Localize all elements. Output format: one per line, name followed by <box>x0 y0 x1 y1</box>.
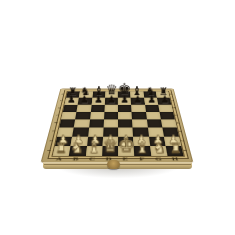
square-f2: ♟ <box>133 136 149 145</box>
file-label-a: A <box>50 156 68 161</box>
square-e5 <box>118 112 132 120</box>
square-a3 <box>57 128 74 137</box>
rank-label-8: 8 <box>165 92 179 96</box>
clasp-latch-icon <box>107 160 120 169</box>
square-d4 <box>103 119 118 127</box>
file-label-c: C <box>84 156 101 161</box>
file-label-b: B <box>67 156 84 161</box>
rank-label-8: 8 <box>56 92 70 96</box>
square-g5 <box>145 112 160 120</box>
square-b4 <box>74 119 90 127</box>
square-c5 <box>90 112 105 120</box>
file-label-f: F <box>133 156 150 161</box>
square-b6 <box>77 105 92 112</box>
square-d7: ♟ <box>105 98 118 105</box>
square-b7: ♟ <box>78 98 92 105</box>
square-f5 <box>132 112 147 120</box>
file-label-g: G <box>150 156 167 161</box>
square-f6 <box>131 105 145 112</box>
square-e7: ♟ <box>118 98 131 105</box>
rank-label-6: 6 <box>52 106 67 110</box>
rank-label-5: 5 <box>169 113 184 117</box>
square-g2: ♟ <box>148 136 165 145</box>
square-b3 <box>72 128 88 137</box>
square-e4 <box>118 119 133 127</box>
chess-board: ♜♞♝♛♚♝♞♜♟♟♟♟♟♟♟♟♟♟♟♟♟♟♟♟♜♞♝♛♚♝♞♜ ABCDEFG… <box>41 88 194 162</box>
square-c7: ♟ <box>91 98 105 105</box>
square-c2: ♟ <box>87 136 103 145</box>
square-e2: ♟ <box>118 136 134 145</box>
board-frame: ♜♞♝♛♚♝♞♜♟♟♟♟♟♟♟♟♟♟♟♟♟♟♟♟♜♞♝♛♚♝♞♜ ABCDEFG… <box>41 88 194 162</box>
product-photo: ♜♞♝♛♚♝♞♜♟♟♟♟♟♟♟♟♟♟♟♟♟♟♟♟♜♞♝♛♚♝♞♜ ABCDEFG… <box>0 0 235 235</box>
rank-label-6: 6 <box>168 106 183 110</box>
square-a2: ♟ <box>55 136 72 145</box>
square-f7: ♟ <box>131 98 145 105</box>
square-d2: ♟ <box>102 136 118 145</box>
square-g4 <box>146 119 162 127</box>
square-b2: ♟ <box>71 136 88 145</box>
file-label-e: E <box>117 156 134 161</box>
square-g3 <box>147 128 163 137</box>
square-b5 <box>75 112 90 120</box>
rank-label-7: 7 <box>166 99 180 103</box>
square-a4 <box>59 119 75 127</box>
file-label-h: H <box>166 156 184 161</box>
square-c3 <box>88 128 104 137</box>
square-c6 <box>90 105 104 112</box>
square-c4 <box>89 119 104 127</box>
square-e3 <box>118 128 133 137</box>
playfield: ♜♞♝♛♚♝♞♜♟♟♟♟♟♟♟♟♟♟♟♟♟♟♟♟♜♞♝♛♚♝♞♜ <box>51 91 185 157</box>
square-f4 <box>132 119 147 127</box>
square-g7: ♟ <box>144 98 158 105</box>
rank-label-5: 5 <box>50 113 65 117</box>
square-d6 <box>104 105 118 112</box>
square-d5 <box>104 112 118 120</box>
rank-label-7: 7 <box>54 99 68 103</box>
square-d3 <box>103 128 118 137</box>
square-f3 <box>133 128 149 137</box>
square-e6 <box>118 105 132 112</box>
square-g6 <box>145 105 160 112</box>
